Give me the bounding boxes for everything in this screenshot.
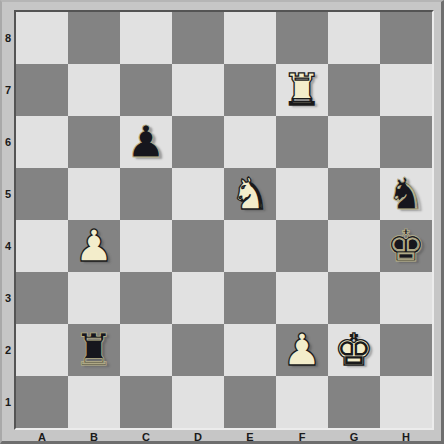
square-e4[interactable] <box>224 220 276 272</box>
square-c2[interactable] <box>120 324 172 376</box>
square-b3[interactable] <box>68 272 120 324</box>
square-c1[interactable] <box>120 376 172 428</box>
file-label-f: F <box>276 430 328 443</box>
square-e1[interactable] <box>224 376 276 428</box>
square-h7[interactable] <box>380 64 432 116</box>
square-d4[interactable] <box>172 220 224 272</box>
rank-label-5: 5 <box>2 168 14 220</box>
square-a7[interactable] <box>16 64 68 116</box>
square-c7[interactable] <box>120 64 172 116</box>
white-king-g2[interactable]: ♚ <box>334 324 373 376</box>
square-g5[interactable] <box>328 168 380 220</box>
square-d2[interactable] <box>172 324 224 376</box>
black-knight-h5[interactable]: ♞ <box>386 168 425 220</box>
square-d1[interactable] <box>172 376 224 428</box>
square-h6[interactable] <box>380 116 432 168</box>
file-label-a: A <box>16 430 68 443</box>
square-a5[interactable] <box>16 168 68 220</box>
square-f7[interactable]: ♜ <box>276 64 328 116</box>
black-rook-b2[interactable]: ♜ <box>74 324 113 376</box>
square-b6[interactable] <box>68 116 120 168</box>
chess-diagram-frame: 87654321 ♜♟♞♞♟♚♜♟♚ ABCDEFGH <box>0 0 444 444</box>
rank-label-1: 1 <box>2 376 14 428</box>
white-pawn-b4[interactable]: ♟ <box>74 220 113 272</box>
square-g1[interactable] <box>328 376 380 428</box>
square-c5[interactable] <box>120 168 172 220</box>
square-e7[interactable] <box>224 64 276 116</box>
square-e8[interactable] <box>224 12 276 64</box>
square-b5[interactable] <box>68 168 120 220</box>
square-c4[interactable] <box>120 220 172 272</box>
square-f4[interactable] <box>276 220 328 272</box>
file-label-e: E <box>224 430 276 443</box>
square-f6[interactable] <box>276 116 328 168</box>
square-b8[interactable] <box>68 12 120 64</box>
square-d7[interactable] <box>172 64 224 116</box>
square-e2[interactable] <box>224 324 276 376</box>
square-f3[interactable] <box>276 272 328 324</box>
square-a1[interactable] <box>16 376 68 428</box>
rank-label-2: 2 <box>2 324 14 376</box>
square-h8[interactable] <box>380 12 432 64</box>
file-label-c: C <box>120 430 172 443</box>
white-knight-e5[interactable]: ♞ <box>230 168 269 220</box>
rank-label-4: 4 <box>2 220 14 272</box>
white-rook-f7[interactable]: ♜ <box>282 64 321 116</box>
square-e3[interactable] <box>224 272 276 324</box>
square-f8[interactable] <box>276 12 328 64</box>
file-label-g: G <box>328 430 380 443</box>
file-label-d: D <box>172 430 224 443</box>
square-a2[interactable] <box>16 324 68 376</box>
square-h5[interactable]: ♞ <box>380 168 432 220</box>
square-g7[interactable] <box>328 64 380 116</box>
square-g3[interactable] <box>328 272 380 324</box>
square-h1[interactable] <box>380 376 432 428</box>
square-c3[interactable] <box>120 272 172 324</box>
rank-label-8: 8 <box>2 12 14 64</box>
square-e6[interactable] <box>224 116 276 168</box>
square-d3[interactable] <box>172 272 224 324</box>
square-b4[interactable]: ♟ <box>68 220 120 272</box>
board-border: ♜♟♞♞♟♚♜♟♚ <box>14 10 434 430</box>
square-a3[interactable] <box>16 272 68 324</box>
square-b1[interactable] <box>68 376 120 428</box>
black-pawn-c6[interactable]: ♟ <box>126 116 165 168</box>
square-h4[interactable]: ♚ <box>380 220 432 272</box>
square-a8[interactable] <box>16 12 68 64</box>
file-label-h: H <box>380 430 432 443</box>
square-d5[interactable] <box>172 168 224 220</box>
rank-label-7: 7 <box>2 64 14 116</box>
square-a6[interactable] <box>16 116 68 168</box>
square-d8[interactable] <box>172 12 224 64</box>
square-c8[interactable] <box>120 12 172 64</box>
black-king-h4[interactable]: ♚ <box>386 220 425 272</box>
square-h2[interactable] <box>380 324 432 376</box>
square-b7[interactable] <box>68 64 120 116</box>
file-label-b: B <box>68 430 120 443</box>
square-a4[interactable] <box>16 220 68 272</box>
square-c6[interactable]: ♟ <box>120 116 172 168</box>
square-f5[interactable] <box>276 168 328 220</box>
square-g4[interactable] <box>328 220 380 272</box>
square-d6[interactable] <box>172 116 224 168</box>
square-g8[interactable] <box>328 12 380 64</box>
square-g6[interactable] <box>328 116 380 168</box>
square-f1[interactable] <box>276 376 328 428</box>
chess-board: ♜♟♞♞♟♚♜♟♚ <box>16 12 432 428</box>
square-f2[interactable]: ♟ <box>276 324 328 376</box>
square-b2[interactable]: ♜ <box>68 324 120 376</box>
rank-labels: 87654321 <box>2 12 14 428</box>
square-g2[interactable]: ♚ <box>328 324 380 376</box>
file-labels: ABCDEFGH <box>16 430 432 443</box>
rank-label-3: 3 <box>2 272 14 324</box>
square-e5[interactable]: ♞ <box>224 168 276 220</box>
rank-label-6: 6 <box>2 116 14 168</box>
white-pawn-f2[interactable]: ♟ <box>282 324 321 376</box>
square-h3[interactable] <box>380 272 432 324</box>
